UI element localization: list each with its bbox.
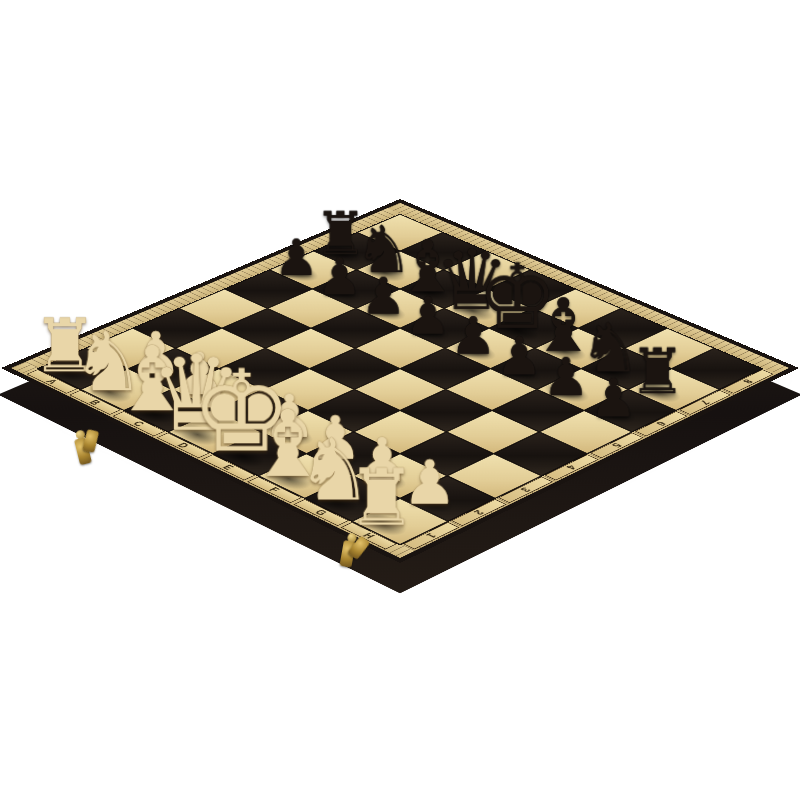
piece-black-p-c6[interactable]: ♟	[360, 271, 406, 322]
perspective-container: 87654321 ABCDEFGH ♜♞♝♛♚♝♞♜♟♟♟♟♟♟♟♟♟♟♟♟♟♟…	[0, 0, 800, 800]
board-top-face: 87654321 ABCDEFGH ♜♞♝♛♚♝♞♜♟♟♟♟♟♟♟♟♟♟♟♟♟♟…	[1, 199, 799, 563]
playing-grid: ♜♞♝♛♚♝♞♜♟♟♟♟♟♟♟♟♟♟♟♟♟♟♜♞♝♛♚♝♞♜	[36, 214, 763, 546]
piece-black-p-a6[interactable]: ♟	[274, 233, 319, 283]
piece-black-r-h7[interactable]: ♜	[629, 341, 685, 404]
chess-board: 87654321 ABCDEFGH ♜♞♝♛♚♝♞♜♟♟♟♟♟♟♟♟♟♟♟♟♟♟…	[1, 199, 799, 563]
piece-black-p-e6[interactable]: ♟	[450, 310, 496, 362]
piece-black-p-f6[interactable]: ♟	[496, 330, 543, 382]
piece-black-p-h6[interactable]: ♟	[589, 372, 637, 425]
piece-white-r-h1[interactable]: ♜	[346, 458, 417, 537]
chess-set-photo: 87654321 ABCDEFGH ♜♞♝♛♚♝♞♜♟♟♟♟♟♟♟♟♟♟♟♟♟♟…	[0, 0, 800, 800]
piece-black-p-d6[interactable]: ♟	[405, 290, 451, 341]
piece-black-p-b6[interactable]: ♟	[317, 252, 362, 303]
piece-black-p-g6[interactable]: ♟	[542, 351, 589, 404]
